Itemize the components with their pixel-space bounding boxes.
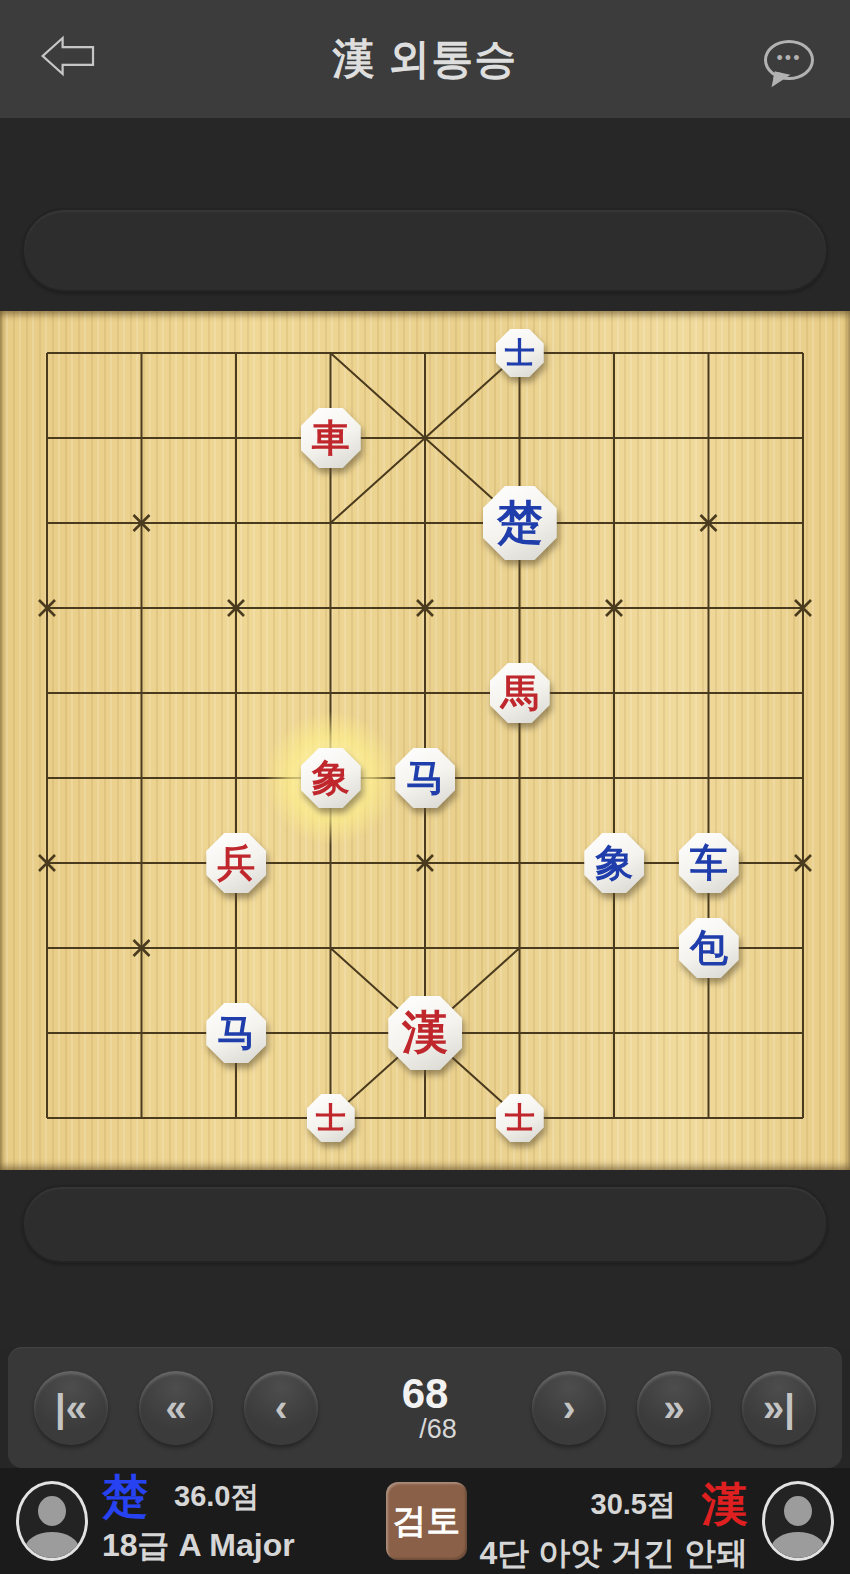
piece-blue-horse[interactable]: 马 (395, 748, 455, 808)
intersection-f1-r6[interactable] (0, 736, 95, 821)
intersection-f4-r9[interactable] (284, 991, 379, 1076)
intersection-f7-r8[interactable] (567, 906, 662, 991)
intersection-f7-r4[interactable] (567, 566, 662, 651)
intersection-f9-r10[interactable] (756, 1076, 850, 1161)
avatar-silhouette (771, 1532, 825, 1561)
intersection-f7-r9[interactable] (567, 991, 662, 1076)
nav-bar: |««‹ 68 /68 ›»»| (8, 1347, 842, 1468)
comment-panel-top (22, 208, 828, 292)
move-counter: 68 /68 (365, 1370, 485, 1445)
piece-octagon: 楚 (483, 486, 557, 560)
intersection-f9-r6[interactable] (756, 736, 850, 821)
nav-forward-fast-button[interactable]: » (637, 1371, 711, 1445)
piece-glyph: 马 (217, 1014, 255, 1052)
red-side-glyph: 漢 (702, 1482, 748, 1528)
piece-red-guard[interactable]: 士 (307, 1094, 355, 1142)
intersection-f4-r10[interactable]: 士 (284, 1076, 379, 1161)
avatar-silhouette (38, 1496, 66, 1526)
top-bar: ⇦ 漢 외통승 ••• (0, 0, 850, 118)
nav-left-group: |««‹ (34, 1371, 318, 1445)
current-move: 68 (365, 1370, 485, 1418)
piece-glyph: 楚 (497, 500, 543, 546)
intersection-f6-r6[interactable] (473, 736, 568, 821)
intersection-f6-r1[interactable]: 士 (473, 311, 568, 396)
nav-back-fast-button[interactable]: « (139, 1371, 213, 1445)
piece-glyph: 漢 (402, 1010, 448, 1056)
upper-panel (0, 118, 850, 311)
intersection-f1-r7[interactable] (0, 821, 95, 906)
avatar-blue-player[interactable] (16, 1481, 88, 1561)
intersection-f3-r1[interactable] (189, 311, 284, 396)
intersection-f5-r7[interactable] (378, 821, 473, 906)
intersection-f9-r8[interactable] (756, 906, 850, 991)
piece-octagon: 包 (679, 918, 739, 978)
intersection-f7-r6[interactable] (567, 736, 662, 821)
piece-octagon: 马 (206, 1003, 266, 1063)
intersection-f1-r9[interactable] (0, 991, 95, 1076)
blue-player-info: 18급 A Major (102, 1524, 295, 1568)
intersection-f8-r4[interactable] (662, 566, 757, 651)
intersection-f5-r9[interactable]: 漢 (378, 991, 473, 1076)
intersection-f4-r6[interactable]: 象 (284, 736, 379, 821)
intersection-f4-r5[interactable] (284, 651, 379, 736)
blue-score: 36.0점 (174, 1477, 259, 1517)
piece-octagon: 士 (307, 1094, 355, 1142)
intersection-f8-r7[interactable]: 车 (662, 821, 757, 906)
piece-octagon: 车 (679, 833, 739, 893)
page-title: 漢 외통승 (333, 31, 518, 87)
intersection-f9-r9[interactable] (756, 991, 850, 1076)
red-player-info: 4단 아앗 거긴 안돼 (480, 1532, 748, 1574)
intersection-f2-r6[interactable] (95, 736, 190, 821)
intersection-f2-r7[interactable] (95, 821, 190, 906)
piece-octagon: 象 (584, 833, 644, 893)
intersection-f5-r3[interactable] (378, 481, 473, 566)
intersection-f3-r3[interactable] (189, 481, 284, 566)
intersection-f5-r8[interactable] (378, 906, 473, 991)
piece-blue-cannon[interactable]: 包 (679, 918, 739, 978)
nav-right-group: ›»»| (532, 1371, 816, 1445)
piece-red-horse[interactable]: 馬 (490, 663, 550, 723)
blue-player-block: 楚 36.0점 18급 A Major (102, 1474, 295, 1568)
intersection-f4-r7[interactable] (284, 821, 379, 906)
piece-glyph: 士 (505, 338, 535, 368)
player-bar: 楚 36.0점 18급 A Major 검토 30.5점 漢 4단 아앗 거긴 … (0, 1468, 850, 1574)
piece-glyph: 象 (595, 844, 633, 882)
intersection-f9-r1[interactable] (756, 311, 850, 396)
intersection-f2-r5[interactable] (95, 651, 190, 736)
intersection-f4-r4[interactable] (284, 566, 379, 651)
janggi-board: 士車楚馬象马兵象车包马漢士士 (0, 311, 850, 1170)
intersection-f8-r6[interactable] (662, 736, 757, 821)
intersection-f3-r7[interactable]: 兵 (189, 821, 284, 906)
intersection-f8-r8[interactable]: 包 (662, 906, 757, 991)
intersection-f3-r2[interactable] (189, 396, 284, 481)
avatar-silhouette (25, 1532, 79, 1561)
piece-glyph: 車 (312, 419, 350, 457)
intersection-f3-r8[interactable] (189, 906, 284, 991)
intersection-f2-r2[interactable] (95, 396, 190, 481)
chat-dots-icon: ••• (777, 49, 802, 67)
intersection-f1-r10[interactable] (0, 1076, 95, 1161)
board-grid: 士車楚馬象马兵象车包马漢士士 (0, 311, 850, 1161)
piece-glyph: 包 (690, 929, 728, 967)
intersection-f5-r5[interactable] (378, 651, 473, 736)
intersection-f9-r7[interactable] (756, 821, 850, 906)
lower-panel (0, 1170, 850, 1347)
intersection-f3-r5[interactable] (189, 651, 284, 736)
intersection-f9-r5[interactable] (756, 651, 850, 736)
intersection-f2-r9[interactable] (95, 991, 190, 1076)
piece-glyph: 兵 (217, 844, 255, 882)
intersection-f3-r9[interactable]: 马 (189, 991, 284, 1076)
intersection-f2-r10[interactable] (95, 1076, 190, 1161)
nav-back-button[interactable]: ‹ (244, 1371, 318, 1445)
total-moves: /68 (391, 1414, 485, 1445)
piece-blue-elephant[interactable]: 象 (584, 833, 644, 893)
intersection-f6-r8[interactable] (473, 906, 568, 991)
intersection-f9-r2[interactable] (756, 396, 850, 481)
intersection-f7-r10[interactable] (567, 1076, 662, 1161)
intersection-f5-r4[interactable] (378, 566, 473, 651)
intersection-f6-r4[interactable] (473, 566, 568, 651)
intersection-f4-r2[interactable]: 車 (284, 396, 379, 481)
avatar-silhouette (784, 1496, 812, 1526)
intersection-f7-r3[interactable] (567, 481, 662, 566)
avatar-red-player[interactable] (762, 1481, 834, 1561)
intersection-f1-r1[interactable] (0, 311, 95, 396)
piece-blue-chariot[interactable]: 车 (679, 833, 739, 893)
nav-section: |««‹ 68 /68 ›»»| (0, 1347, 850, 1468)
review-button[interactable]: 검토 (386, 1482, 467, 1560)
intersection-f8-r5[interactable] (662, 651, 757, 736)
intersection-f7-r5[interactable] (567, 651, 662, 736)
intersection-f8-r2[interactable] (662, 396, 757, 481)
intersection-f8-r1[interactable] (662, 311, 757, 396)
piece-glyph: 士 (505, 1103, 535, 1133)
intersection-f3-r6[interactable] (189, 736, 284, 821)
piece-octagon: 漢 (388, 996, 462, 1070)
intersection-f4-r1[interactable] (284, 311, 379, 396)
intersection-f1-r2[interactable] (0, 396, 95, 481)
piece-octagon: 兵 (206, 833, 266, 893)
piece-red-guard[interactable]: 士 (496, 1094, 544, 1142)
piece-blue-guard[interactable]: 士 (496, 329, 544, 377)
piece-glyph: 象 (312, 759, 350, 797)
intersection-f7-r2[interactable] (567, 396, 662, 481)
red-score: 30.5점 (591, 1485, 676, 1525)
intersection-f1-r4[interactable] (0, 566, 95, 651)
intersection-f4-r8[interactable] (284, 906, 379, 991)
piece-glyph: 馬 (501, 674, 539, 712)
intersection-f6-r9[interactable] (473, 991, 568, 1076)
chat-bubble-icon: ••• (764, 40, 814, 80)
piece-blue-general[interactable]: 楚 (483, 486, 557, 560)
intersection-f9-r3[interactable] (756, 481, 850, 566)
piece-octagon: 士 (496, 329, 544, 377)
intersection-f2-r3[interactable] (95, 481, 190, 566)
piece-octagon: 象 (301, 748, 361, 808)
intersection-f6-r3[interactable]: 楚 (473, 481, 568, 566)
intersection-f1-r5[interactable] (0, 651, 95, 736)
intersection-f8-r3[interactable] (662, 481, 757, 566)
intersection-f1-r8[interactable] (0, 906, 95, 991)
piece-glyph: 车 (690, 844, 728, 882)
chat-button[interactable]: ••• (764, 32, 820, 88)
intersection-f8-r9[interactable] (662, 991, 757, 1076)
piece-octagon: 士 (496, 1094, 544, 1142)
piece-red-elephant[interactable]: 象 (301, 748, 361, 808)
intersection-f6-r5[interactable]: 馬 (473, 651, 568, 736)
red-player-block: 30.5점 漢 4단 아앗 거긴 안돼 (480, 1482, 748, 1574)
comment-panel-bottom (22, 1185, 828, 1263)
piece-red-chariot[interactable]: 車 (301, 408, 361, 468)
intersection-f3-r4[interactable] (189, 566, 284, 651)
intersection-f2-r8[interactable] (95, 906, 190, 991)
intersection-f4-r3[interactable] (284, 481, 379, 566)
intersection-f2-r4[interactable] (95, 566, 190, 651)
piece-red-soldier[interactable]: 兵 (206, 833, 266, 893)
nav-forward-button[interactable]: › (532, 1371, 606, 1445)
piece-octagon: 马 (395, 748, 455, 808)
intersection-f3-r10[interactable] (189, 1076, 284, 1161)
intersection-f6-r10[interactable]: 士 (473, 1076, 568, 1161)
piece-octagon: 車 (301, 408, 361, 468)
piece-blue-horse[interactable]: 马 (206, 1003, 266, 1063)
piece-glyph: 士 (316, 1103, 346, 1133)
piece-glyph: 马 (406, 759, 444, 797)
piece-red-general[interactable]: 漢 (388, 996, 462, 1070)
intersection-f8-r10[interactable] (662, 1076, 757, 1161)
intersection-f5-r10[interactable] (378, 1076, 473, 1161)
intersection-f5-r2[interactable] (378, 396, 473, 481)
piece-octagon: 馬 (490, 663, 550, 723)
intersection-f1-r3[interactable] (0, 481, 95, 566)
nav-last-button[interactable]: »| (742, 1371, 816, 1445)
intersection-f9-r4[interactable] (756, 566, 850, 651)
intersection-f2-r1[interactable] (95, 311, 190, 396)
intersection-f6-r7[interactable] (473, 821, 568, 906)
intersection-f5-r1[interactable] (378, 311, 473, 396)
blue-side-glyph: 楚 (102, 1474, 148, 1520)
nav-first-button[interactable]: |« (34, 1371, 108, 1445)
intersection-f5-r6[interactable]: 马 (378, 736, 473, 821)
intersection-f7-r7[interactable]: 象 (567, 821, 662, 906)
back-arrow-icon[interactable]: ⇦ (28, 18, 108, 98)
intersection-f6-r2[interactable] (473, 396, 568, 481)
intersection-f7-r1[interactable] (567, 311, 662, 396)
